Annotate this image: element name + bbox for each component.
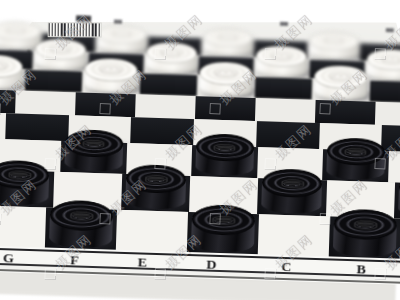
board-square-h6[interactable]: ⛀ bbox=[0, 68, 25, 91]
black-piece[interactable]: ⛂ bbox=[333, 208, 397, 258]
white-checker-glyph: ⛀ bbox=[50, 43, 72, 57]
board-square-b1[interactable]: ⛂ bbox=[329, 216, 400, 260]
white-checker-glyph: ⛀ bbox=[218, 31, 239, 44]
frame-label-chip bbox=[76, 15, 91, 21]
white-piece[interactable]: ⛀ bbox=[35, 38, 87, 70]
board-square-c2[interactable]: ⛂ bbox=[257, 178, 326, 216]
white-checker-glyph: ⛀ bbox=[215, 66, 238, 80]
black-checker-glyph: ⛂ bbox=[82, 136, 107, 152]
board-square-b6[interactable]: ⛀ bbox=[312, 79, 370, 102]
board-square-a6[interactable] bbox=[369, 81, 400, 104]
board-square-f6[interactable]: ⛀ bbox=[82, 72, 140, 95]
bottom-label-C: C bbox=[281, 260, 292, 275]
black-checker-glyph: ⛂ bbox=[143, 171, 169, 187]
black-piece[interactable]: ⛂ bbox=[64, 129, 123, 172]
white-piece[interactable]: ⛀ bbox=[97, 24, 147, 54]
board-square-c5[interactable] bbox=[255, 98, 316, 123]
white-checker-glyph: ⛀ bbox=[100, 63, 123, 77]
frame-mark bbox=[386, 28, 394, 32]
board-square-b8[interactable]: ⛀ bbox=[307, 42, 361, 62]
white-checker-glyph: ⛀ bbox=[330, 70, 353, 84]
board-square-a5[interactable] bbox=[375, 102, 400, 127]
frame-mark bbox=[280, 22, 288, 26]
black-piece[interactable]: ⛂ bbox=[261, 168, 322, 214]
checkers-board: ⛀⛀⛀⛀⛀⛀⛀⛀⛀⛀⛀⛀⛂⛂⛂⛂⛂⛂⛂⛂⛂⛂⛂⛂ bbox=[5, 0, 400, 7]
board-square-e2[interactable]: ⛂ bbox=[121, 174, 190, 212]
black-piece[interactable]: ⛂ bbox=[191, 204, 255, 254]
black-piece[interactable]: ⛂ bbox=[125, 164, 186, 210]
board-square-g2[interactable]: ⛂ bbox=[0, 170, 54, 208]
board-square-g7[interactable]: ⛀ bbox=[33, 51, 89, 72]
black-checker-glyph: ⛂ bbox=[280, 175, 306, 191]
white-checker-glyph: ⛀ bbox=[0, 59, 8, 73]
black-checker-glyph: ⛂ bbox=[213, 140, 238, 156]
board-square-e5[interactable] bbox=[135, 94, 196, 119]
bottom-label-B: B bbox=[356, 262, 366, 277]
white-checker-glyph: ⛀ bbox=[6, 24, 27, 37]
board-square-f3[interactable]: ⛂ bbox=[60, 141, 126, 174]
black-checker-glyph: ⛂ bbox=[352, 216, 379, 233]
board-square-e4[interactable] bbox=[130, 117, 194, 145]
board-square-c7[interactable]: ⛀ bbox=[254, 58, 310, 79]
board-square-f5[interactable] bbox=[75, 92, 136, 117]
white-checker-glyph: ⛀ bbox=[161, 46, 183, 60]
black-checker-glyph: ⛂ bbox=[343, 144, 368, 160]
white-checker-glyph: ⛀ bbox=[112, 28, 133, 41]
black-piece[interactable]: ⛂ bbox=[195, 133, 254, 176]
white-piece[interactable]: ⛀ bbox=[256, 45, 308, 77]
board-square-b5[interactable] bbox=[315, 100, 376, 125]
board-square-g5[interactable] bbox=[15, 90, 76, 115]
white-piece[interactable]: ⛀ bbox=[0, 54, 23, 89]
board-square-e1[interactable] bbox=[116, 210, 188, 254]
black-checker-glyph: ⛂ bbox=[7, 166, 33, 182]
bottom-label-D: D bbox=[206, 257, 217, 272]
white-piece[interactable]: ⛀ bbox=[145, 42, 197, 74]
checkers-photo: ⛀⛀⛀⛀⛀⛀⛀⛀⛀⛀⛀⛀⛂⛂⛂⛂⛂⛂⛂⛂⛂⛂⛂⛂ GFEDCB 摄图网摄图网摄图… bbox=[0, 0, 400, 300]
white-piece[interactable]: ⛀ bbox=[199, 62, 253, 97]
board-square-a7[interactable]: ⛀ bbox=[364, 61, 400, 82]
frame-mark bbox=[114, 20, 122, 24]
white-checker-glyph: ⛀ bbox=[271, 49, 293, 63]
board-square-d8[interactable]: ⛀ bbox=[201, 38, 255, 58]
white-checker-glyph: ⛀ bbox=[324, 34, 345, 47]
black-piece[interactable]: ⛂ bbox=[326, 138, 385, 181]
board-square-h5[interactable] bbox=[0, 89, 16, 114]
black-checker-glyph: ⛂ bbox=[210, 212, 237, 229]
board-square-c6[interactable] bbox=[254, 77, 312, 100]
board-square-d5[interactable] bbox=[195, 96, 256, 121]
board-square-c1[interactable] bbox=[258, 214, 330, 258]
board-square-d6[interactable]: ⛀ bbox=[197, 75, 255, 98]
board-square-g4[interactable] bbox=[5, 113, 69, 141]
board-square-d1[interactable]: ⛂ bbox=[187, 212, 259, 256]
board-square-g6[interactable] bbox=[24, 70, 82, 93]
white-piece[interactable]: ⛀ bbox=[366, 49, 400, 81]
board-square-b3[interactable]: ⛂ bbox=[322, 149, 388, 182]
board-square-e6[interactable] bbox=[139, 73, 197, 96]
board-scene: ⛀⛀⛀⛀⛀⛀⛀⛀⛀⛀⛀⛀⛂⛂⛂⛂⛂⛂⛂⛂⛂⛂⛂⛂ GFEDCB bbox=[0, 0, 400, 300]
board-square-e7[interactable]: ⛀ bbox=[143, 54, 199, 75]
bottom-label-F: F bbox=[70, 253, 79, 268]
black-piece[interactable]: ⛂ bbox=[0, 159, 50, 205]
board-square-c4[interactable] bbox=[256, 121, 320, 149]
white-piece[interactable]: ⛀ bbox=[84, 58, 138, 93]
white-piece[interactable]: ⛀ bbox=[309, 30, 359, 60]
board-square-f8[interactable]: ⛀ bbox=[95, 35, 149, 55]
barcode-sticker bbox=[48, 22, 102, 37]
board-square-f1[interactable]: ⛂ bbox=[45, 208, 117, 252]
black-checker-glyph: ⛂ bbox=[68, 207, 95, 224]
board-square-g1[interactable] bbox=[0, 205, 46, 249]
white-checker-glyph: ⛀ bbox=[381, 53, 400, 67]
black-piece[interactable]: ⛂ bbox=[49, 200, 113, 250]
white-piece[interactable]: ⛀ bbox=[203, 27, 253, 57]
white-piece[interactable]: ⛀ bbox=[314, 65, 368, 100]
board-square-d3[interactable]: ⛂ bbox=[191, 145, 257, 178]
bottom-label-G: G bbox=[3, 251, 14, 266]
bottom-label-E: E bbox=[138, 255, 148, 270]
